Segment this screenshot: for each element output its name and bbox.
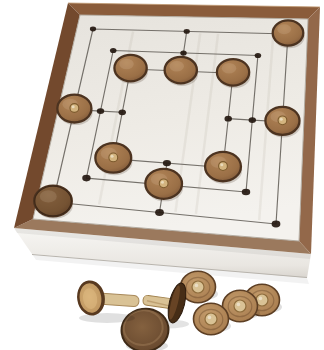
point-e4-hole[interactable] [224, 116, 232, 122]
piece-peg-d2[interactable] [145, 169, 183, 202]
piece-peg [70, 104, 79, 113]
peg-highlight [161, 181, 164, 184]
point-b4-hole[interactable] [97, 108, 105, 114]
peg-highlight [220, 163, 223, 166]
point-d7-hole[interactable] [184, 29, 190, 34]
peg-highlight [237, 303, 241, 307]
photo-canvas [0, 0, 324, 350]
piece-disc-group [119, 306, 171, 350]
peg-highlight [259, 297, 263, 301]
piece-peg [234, 300, 246, 312]
point-c4-hole[interactable] [118, 109, 126, 115]
piece-peg-e3[interactable] [205, 152, 242, 184]
morris-board-photo [0, 0, 324, 350]
point-f2-hole[interactable] [242, 189, 250, 196]
piece-sheen [277, 24, 291, 34]
piece-sheen [169, 61, 184, 72]
point-d1-hole[interactable] [155, 209, 164, 216]
loose-piece-lying-face-peg-right-7[interactable] [72, 277, 140, 323]
peg-highlight [195, 284, 199, 288]
peg-highlight [280, 118, 283, 121]
piece-disc-group [75, 278, 108, 317]
piece-plain-e5[interactable] [217, 59, 251, 88]
point-f6-hole[interactable] [255, 53, 262, 58]
piece-sheen [40, 190, 57, 202]
point-f4-hole[interactable] [249, 117, 257, 123]
peg-highlight [208, 316, 212, 320]
peg-highlight [111, 155, 114, 158]
loose-piece-facing-camera-6[interactable] [119, 306, 171, 350]
piece-peg-c3[interactable] [95, 143, 132, 175]
piece-peg-g4[interactable] [265, 107, 300, 138]
point-a7-hole[interactable] [90, 27, 96, 32]
piece-peg-a4[interactable] [57, 95, 92, 126]
point-g1-hole[interactable] [272, 221, 281, 228]
peg-highlight [72, 105, 75, 108]
piece-plain-a1[interactable] [34, 186, 73, 219]
point-d6-hole[interactable] [180, 50, 187, 55]
point-b2-hole[interactable] [82, 175, 90, 182]
piece-plain-c5[interactable] [114, 55, 148, 84]
off-board-pieces [72, 271, 282, 350]
piece-peg [109, 153, 118, 162]
piece-plain-g7[interactable] [273, 20, 305, 48]
piece-sheen [222, 63, 237, 74]
piece-peg [205, 313, 217, 325]
piece-peg [219, 162, 228, 171]
piece-peg [278, 116, 287, 125]
point-b6-hole[interactable] [110, 48, 117, 53]
piece-sheen [119, 59, 134, 70]
piece-peg [192, 281, 204, 293]
piece-plain-d5[interactable] [165, 57, 199, 86]
point-d3-hole[interactable] [163, 160, 171, 166]
piece-peg [159, 179, 168, 188]
